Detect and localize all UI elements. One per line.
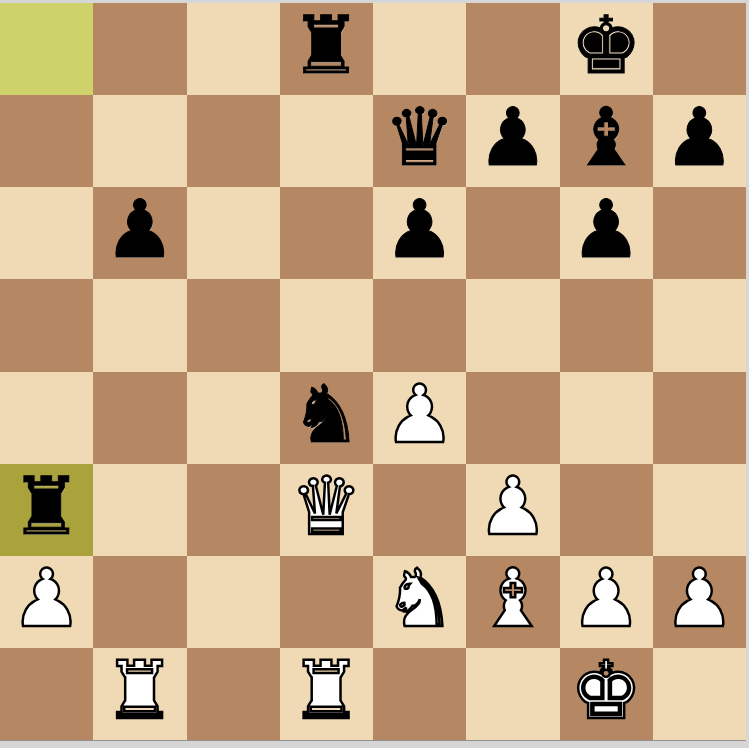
square-a1[interactable] <box>0 648 93 740</box>
square-a3[interactable]: ♜ <box>0 464 93 556</box>
piece-black-rook-a3[interactable]: ♜ <box>11 467 83 547</box>
square-g5[interactable] <box>560 279 653 371</box>
square-f3[interactable]: ♟ <box>466 464 559 556</box>
square-e5[interactable] <box>373 279 466 371</box>
square-d8[interactable]: ♜ <box>280 3 373 95</box>
square-a4[interactable] <box>0 372 93 464</box>
square-d6[interactable] <box>280 187 373 279</box>
square-f2[interactable]: ♝ <box>466 556 559 648</box>
square-h5[interactable] <box>653 279 746 371</box>
square-b5[interactable] <box>93 279 186 371</box>
square-b4[interactable] <box>93 372 186 464</box>
square-e6[interactable]: ♟ <box>373 187 466 279</box>
square-b2[interactable] <box>93 556 186 648</box>
square-c6[interactable] <box>187 187 280 279</box>
square-b6[interactable]: ♟ <box>93 187 186 279</box>
chess-board: ♜♚♛♟♝♟♟♟♟♞♟♜♛♟♟♞♝♟♟♜♜♚ <box>0 3 746 741</box>
square-a6[interactable] <box>0 187 93 279</box>
square-f1[interactable] <box>466 648 559 740</box>
piece-white-rook-d1[interactable]: ♜ <box>291 651 363 731</box>
square-g6[interactable]: ♟ <box>560 187 653 279</box>
square-c3[interactable] <box>187 464 280 556</box>
square-b3[interactable] <box>93 464 186 556</box>
square-a8[interactable] <box>0 3 93 95</box>
square-f7[interactable]: ♟ <box>466 95 559 187</box>
square-b8[interactable] <box>93 3 186 95</box>
square-h8[interactable] <box>653 3 746 95</box>
square-g2[interactable]: ♟ <box>560 556 653 648</box>
piece-white-pawn-g2[interactable]: ♟ <box>570 559 642 639</box>
square-h4[interactable] <box>653 372 746 464</box>
piece-black-pawn-g6[interactable]: ♟ <box>570 190 642 270</box>
piece-white-pawn-f3[interactable]: ♟ <box>477 467 549 547</box>
piece-black-bishop-g7[interactable]: ♝ <box>570 98 642 178</box>
square-h7[interactable]: ♟ <box>653 95 746 187</box>
piece-black-pawn-e6[interactable]: ♟ <box>384 190 456 270</box>
square-a5[interactable] <box>0 279 93 371</box>
square-g7[interactable]: ♝ <box>560 95 653 187</box>
piece-black-queen-e7[interactable]: ♛ <box>384 98 456 178</box>
piece-white-pawn-e4[interactable]: ♟ <box>384 375 456 455</box>
square-a7[interactable] <box>0 95 93 187</box>
piece-white-pawn-a2[interactable]: ♟ <box>11 559 83 639</box>
square-e1[interactable] <box>373 648 466 740</box>
square-e8[interactable] <box>373 3 466 95</box>
square-g3[interactable] <box>560 464 653 556</box>
square-e7[interactable]: ♛ <box>373 95 466 187</box>
piece-white-queen-d3[interactable]: ♛ <box>291 467 363 547</box>
square-h3[interactable] <box>653 464 746 556</box>
piece-black-rook-d8[interactable]: ♜ <box>291 6 363 86</box>
piece-white-knight-e2[interactable]: ♞ <box>384 559 456 639</box>
square-f6[interactable] <box>466 187 559 279</box>
piece-black-knight-d4[interactable]: ♞ <box>291 375 363 455</box>
piece-black-pawn-b6[interactable]: ♟ <box>104 190 176 270</box>
square-d3[interactable]: ♛ <box>280 464 373 556</box>
square-h2[interactable]: ♟ <box>653 556 746 648</box>
piece-white-rook-b1[interactable]: ♜ <box>104 651 176 731</box>
square-h6[interactable] <box>653 187 746 279</box>
square-c1[interactable] <box>187 648 280 740</box>
square-e4[interactable]: ♟ <box>373 372 466 464</box>
square-c8[interactable] <box>187 3 280 95</box>
square-e2[interactable]: ♞ <box>373 556 466 648</box>
square-c4[interactable] <box>187 372 280 464</box>
square-c5[interactable] <box>187 279 280 371</box>
square-b1[interactable]: ♜ <box>93 648 186 740</box>
piece-black-pawn-h7[interactable]: ♟ <box>664 98 736 178</box>
square-d5[interactable] <box>280 279 373 371</box>
piece-black-king-g8[interactable]: ♚ <box>570 6 642 86</box>
piece-white-king-g1[interactable]: ♚ <box>570 651 642 731</box>
square-g8[interactable]: ♚ <box>560 3 653 95</box>
piece-white-pawn-h2[interactable]: ♟ <box>664 559 736 639</box>
square-c2[interactable] <box>187 556 280 648</box>
square-f5[interactable] <box>466 279 559 371</box>
square-g4[interactable] <box>560 372 653 464</box>
piece-black-pawn-f7[interactable]: ♟ <box>477 98 549 178</box>
square-f4[interactable] <box>466 372 559 464</box>
square-g1[interactable]: ♚ <box>560 648 653 740</box>
square-d4[interactable]: ♞ <box>280 372 373 464</box>
square-d2[interactable] <box>280 556 373 648</box>
square-c7[interactable] <box>187 95 280 187</box>
piece-white-bishop-f2[interactable]: ♝ <box>477 559 549 639</box>
square-h1[interactable] <box>653 648 746 740</box>
board-frame: ♜♚♛♟♝♟♟♟♟♞♟♜♛♟♟♞♝♟♟♜♜♚ <box>0 0 749 748</box>
square-d1[interactable]: ♜ <box>280 648 373 740</box>
square-e3[interactable] <box>373 464 466 556</box>
square-f8[interactable] <box>466 3 559 95</box>
square-b7[interactable] <box>93 95 186 187</box>
square-a2[interactable]: ♟ <box>0 556 93 648</box>
square-d7[interactable] <box>280 95 373 187</box>
